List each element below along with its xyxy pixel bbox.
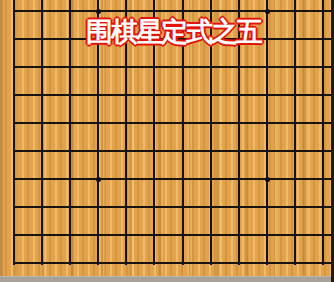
star-point-K10 [265,9,270,14]
star-point-K4 [265,177,270,182]
star-point-D10 [96,9,101,14]
grid-line-horizontal [13,122,334,124]
grid-line-horizontal [13,10,334,12]
grid-line-horizontal [13,66,334,68]
video-frame: 围棋星定式之五 [0,0,334,282]
grid-line-horizontal [13,234,334,236]
grid-line-horizontal [13,150,334,152]
grid-line-horizontal [13,178,334,180]
board-title: 围棋星定式之五 [86,17,261,46]
grid-line-horizontal [13,262,334,264]
frame-bottom-strip [0,276,331,282]
grid-line-horizontal [13,94,334,96]
grid-line-horizontal [13,206,334,208]
go-board: 围棋星定式之五 [0,0,334,276]
star-point-D4 [96,177,101,182]
